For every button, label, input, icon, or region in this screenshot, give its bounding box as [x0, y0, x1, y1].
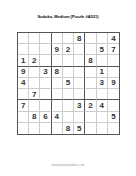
- cell-r4c5[interactable]: [63, 67, 74, 78]
- cell-r4c9[interactable]: [108, 67, 119, 78]
- cell-r3c6[interactable]: [74, 55, 85, 66]
- cell-r7c5[interactable]: [63, 100, 74, 111]
- cell-r7c6[interactable]: 3: [74, 100, 85, 111]
- cell-r4c3[interactable]: 3: [40, 67, 51, 78]
- cell-r2c4[interactable]: 9: [52, 44, 63, 55]
- cell-r6c6[interactable]: [74, 89, 85, 100]
- cell-r3c1[interactable]: 1: [18, 55, 29, 66]
- cell-r1c4[interactable]: [52, 33, 63, 44]
- cell-r6c5[interactable]: [63, 89, 74, 100]
- cell-r9c5[interactable]: 8: [63, 123, 74, 134]
- cell-r9c6[interactable]: 5: [74, 123, 85, 134]
- cell-r2c2[interactable]: [29, 44, 40, 55]
- cell-r8c4[interactable]: 4: [52, 112, 63, 123]
- puzzle-title: Sudoku, Medium (Puzzle #A321): [0, 13, 136, 20]
- cell-r4c1[interactable]: 9: [18, 67, 29, 78]
- cell-r9c8[interactable]: [97, 123, 108, 134]
- cell-r7c3[interactable]: [40, 100, 51, 111]
- cell-r3c9[interactable]: [108, 55, 119, 66]
- cell-r6c7[interactable]: [85, 89, 96, 100]
- cell-r6c1[interactable]: [18, 89, 29, 100]
- cell-r4c2[interactable]: [29, 67, 40, 78]
- cell-r5c3[interactable]: [40, 78, 51, 89]
- cell-r7c4[interactable]: [52, 100, 63, 111]
- cell-r9c2[interactable]: [29, 123, 40, 134]
- cell-r9c9[interactable]: [108, 123, 119, 134]
- cell-r1c9[interactable]: 4: [108, 33, 119, 44]
- cell-r8c7[interactable]: [85, 112, 96, 123]
- cell-r5c9[interactable]: 9: [108, 78, 119, 89]
- cell-r9c7[interactable]: [85, 123, 96, 134]
- footer-url: www.printmysudoku.com: [0, 163, 136, 168]
- cell-r2c1[interactable]: [18, 44, 29, 55]
- cell-r4c6[interactable]: [74, 67, 85, 78]
- cell-r6c9[interactable]: [108, 89, 119, 100]
- cell-r3c8[interactable]: [97, 55, 108, 66]
- cell-r3c7[interactable]: 8: [85, 55, 96, 66]
- cell-r1c6[interactable]: 8: [74, 33, 85, 44]
- cell-r6c3[interactable]: [40, 89, 51, 100]
- cell-r8c6[interactable]: [74, 112, 85, 123]
- cell-r7c9[interactable]: [108, 100, 119, 111]
- cell-r6c2[interactable]: 7: [29, 89, 40, 100]
- cell-r7c2[interactable]: [29, 100, 40, 111]
- cell-r9c1[interactable]: [18, 123, 29, 134]
- cell-r2c8[interactable]: 5: [97, 44, 108, 55]
- cell-r5c8[interactable]: 3: [97, 78, 108, 89]
- cell-r8c3[interactable]: 6: [40, 112, 51, 123]
- cell-r5c6[interactable]: [74, 78, 85, 89]
- cell-r5c1[interactable]: 4: [18, 78, 29, 89]
- cell-r9c4[interactable]: [52, 123, 63, 134]
- cell-r8c5[interactable]: [63, 112, 74, 123]
- cell-r7c1[interactable]: 7: [18, 100, 29, 111]
- cell-r1c2[interactable]: [29, 33, 40, 44]
- cell-r2c6[interactable]: [74, 44, 85, 55]
- cell-r1c8[interactable]: [97, 33, 108, 44]
- cell-r1c7[interactable]: [85, 33, 96, 44]
- sudoku-grid: 8492571289381453977324864585: [17, 32, 120, 135]
- cell-r7c7[interactable]: 2: [85, 100, 96, 111]
- cell-r4c4[interactable]: 8: [52, 67, 63, 78]
- cell-r1c3[interactable]: [40, 33, 51, 44]
- cell-r6c8[interactable]: [97, 89, 108, 100]
- cell-r2c7[interactable]: [85, 44, 96, 55]
- cell-r8c8[interactable]: [97, 112, 108, 123]
- cell-r8c2[interactable]: 8: [29, 112, 40, 123]
- cell-r1c5[interactable]: [63, 33, 74, 44]
- cell-r5c4[interactable]: [52, 78, 63, 89]
- cell-r2c3[interactable]: [40, 44, 51, 55]
- cell-r5c5[interactable]: 5: [63, 78, 74, 89]
- sudoku-sheet: Sudoku, Medium (Puzzle #A321) 8492571289…: [0, 0, 136, 176]
- cell-r7c8[interactable]: 4: [97, 100, 108, 111]
- cell-r3c4[interactable]: [52, 55, 63, 66]
- cell-r3c3[interactable]: [40, 55, 51, 66]
- cell-r3c5[interactable]: [63, 55, 74, 66]
- cell-r8c1[interactable]: [18, 112, 29, 123]
- cell-r5c7[interactable]: [85, 78, 96, 89]
- cell-r1c1[interactable]: [18, 33, 29, 44]
- cell-r8c9[interactable]: 5: [108, 112, 119, 123]
- cell-r6c4[interactable]: [52, 89, 63, 100]
- cell-r3c2[interactable]: 2: [29, 55, 40, 66]
- cell-r2c5[interactable]: 2: [63, 44, 74, 55]
- cell-r4c8[interactable]: 1: [97, 67, 108, 78]
- cell-r2c9[interactable]: 7: [108, 44, 119, 55]
- cell-r5c2[interactable]: [29, 78, 40, 89]
- cell-r9c3[interactable]: [40, 123, 51, 134]
- cell-r4c7[interactable]: [85, 67, 96, 78]
